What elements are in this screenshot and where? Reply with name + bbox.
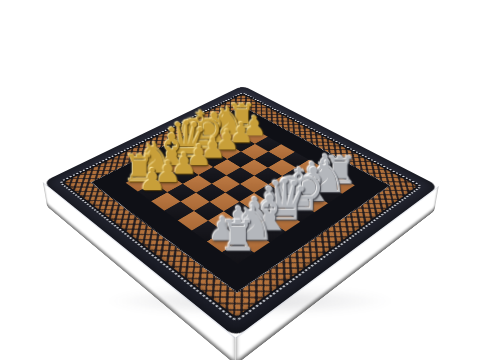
product-photo: ♜♟♟♜♞♟♟♞♝♟♟♝♚♟♟♚♛♟♟♛♝♟♟♝♞♟♟♞♜♟♟♜ (0, 0, 480, 360)
square-a1[interactable]: ♜ (222, 242, 254, 264)
square-d5[interactable] (211, 175, 240, 192)
square-e5[interactable] (226, 167, 254, 184)
board-squares: ♜♟♟♜♞♟♟♞♝♟♟♝♚♟♟♚♛♟♟♛♝♟♟♝♞♟♟♞♜♟♟♜ (126, 122, 355, 263)
square-e6[interactable] (213, 159, 241, 175)
case-top: ♜♟♟♜♞♟♟♞♝♟♟♝♚♟♟♚♛♟♟♛♝♟♟♝♞♟♟♞♜♟♟♜ (43, 85, 439, 337)
chessboard-case: ♜♟♟♜♞♟♟♞♝♟♟♝♚♟♟♚♛♟♟♛♝♟♟♝♞♟♟♞♜♟♟♜ (43, 85, 439, 337)
leather-mat: ♜♟♟♜♞♟♟♞♝♟♟♝♚♟♟♚♛♟♟♛♝♟♟♝♞♟♟♞♜♟♟♜ (58, 92, 423, 323)
board-tilt: ♜♟♟♜♞♟♟♞♝♟♟♝♚♟♟♚♛♟♟♛♝♟♟♝♞♟♟♞♜♟♟♜ (43, 85, 439, 337)
board-stage: ♜♟♟♜♞♟♟♞♝♟♟♝♚♟♟♚♛♟♟♛♝♟♟♝♞♟♟♞♜♟♟♜ (100, 44, 380, 324)
piece-gold-pawn-a7[interactable]: ♟ (139, 165, 166, 195)
square-a7[interactable]: ♟ (138, 183, 167, 201)
arabesque-border: ♜♟♟♜♞♟♟♞♝♟♟♝♚♟♟♚♛♟♟♛♝♟♟♝♞♟♟♞♜♟♟♜ (64, 94, 418, 317)
piece-silver-rook-a1[interactable]: ♜ (219, 215, 257, 258)
